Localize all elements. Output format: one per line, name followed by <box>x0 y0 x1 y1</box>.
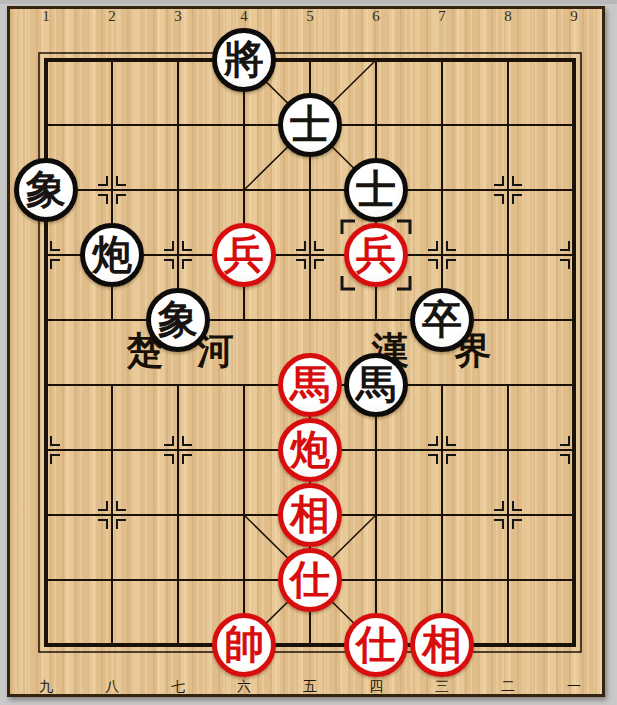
piece-red-advisor[interactable]: 仕 <box>278 548 342 612</box>
piece-black-cannon[interactable]: 炮 <box>80 223 144 287</box>
piece-red-general[interactable]: 帥 <box>212 613 276 677</box>
file-label-bottom-6: 四 <box>369 680 383 694</box>
file-label-top-5: 5 <box>306 9 314 24</box>
file-label-top-4: 4 <box>240 9 248 24</box>
piece-black-elephant[interactable]: 象 <box>146 288 210 352</box>
piece-black-general[interactable]: 將 <box>212 28 276 92</box>
file-label-bottom-5: 五 <box>303 680 317 694</box>
file-label-bottom-3: 七 <box>171 680 185 694</box>
piece-black-advisor[interactable]: 士 <box>344 158 408 222</box>
file-label-bottom-1: 九 <box>39 680 53 694</box>
file-label-top-8: 8 <box>504 9 512 24</box>
file-label-top-6: 6 <box>372 9 380 24</box>
piece-black-advisor[interactable]: 士 <box>278 93 342 157</box>
piece-red-elephant[interactable]: 相 <box>410 613 474 677</box>
piece-red-elephant[interactable]: 相 <box>278 483 342 547</box>
xiangqi-board: 123456789九八七六五四三二一楚河漢界將士象士炮兵兵象卒馬馬炮相仕帥仕相 <box>0 0 617 705</box>
piece-black-elephant[interactable]: 象 <box>14 158 78 222</box>
piece-red-soldier[interactable]: 兵 <box>212 223 276 287</box>
piece-black-horse[interactable]: 馬 <box>344 353 408 417</box>
piece-black-soldier[interactable]: 卒 <box>410 288 474 352</box>
file-label-top-2: 2 <box>108 9 116 24</box>
piece-red-cannon[interactable]: 炮 <box>278 418 342 482</box>
file-label-bottom-2: 八 <box>105 680 119 694</box>
piece-red-soldier[interactable]: 兵 <box>344 223 408 287</box>
file-label-top-1: 1 <box>42 9 50 24</box>
file-label-top-3: 3 <box>174 9 182 24</box>
piece-red-advisor[interactable]: 仕 <box>344 613 408 677</box>
file-label-top-7: 7 <box>438 9 446 24</box>
file-label-bottom-8: 二 <box>501 680 515 694</box>
file-label-top-9: 9 <box>570 9 578 24</box>
piece-red-horse[interactable]: 馬 <box>278 353 342 417</box>
file-label-bottom-4: 六 <box>237 680 251 694</box>
file-label-bottom-9: 一 <box>567 680 581 694</box>
file-label-bottom-7: 三 <box>435 680 449 694</box>
last-move-marker <box>397 276 410 289</box>
